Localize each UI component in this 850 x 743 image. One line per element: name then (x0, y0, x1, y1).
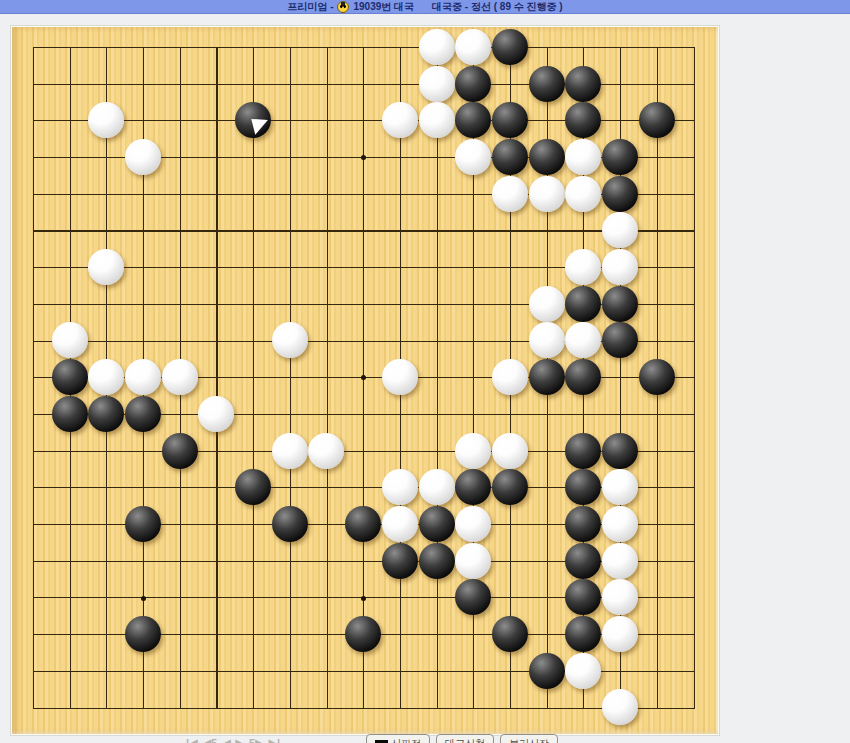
go-board-grid (15, 29, 712, 726)
last-move-marker (235, 102, 271, 138)
stone-white (125, 359, 161, 395)
stone-black (565, 359, 601, 395)
stone-white (419, 102, 455, 138)
review-start-button[interactable]: 복기시작 (500, 734, 558, 743)
stone-black (88, 396, 124, 432)
stone-black (162, 433, 198, 469)
stone-white (529, 322, 565, 358)
stone-black (455, 66, 491, 102)
stone-black (52, 396, 88, 432)
nav-back-button[interactable]: ◀ (222, 737, 230, 743)
move-nav: |◀ ◀5 ◀ ▶ 5▶ ▶| (186, 737, 280, 743)
stone-white (382, 469, 418, 505)
stone-white (125, 139, 161, 175)
stone-black (455, 469, 491, 505)
stone-black (492, 29, 528, 65)
game-request-button[interactable]: 대국신청 (436, 734, 494, 743)
stone-white (602, 616, 638, 652)
stone-white (565, 249, 601, 285)
go-board[interactable] (11, 26, 719, 735)
stone-white (602, 579, 638, 615)
stone-white (382, 506, 418, 542)
stone-white (602, 506, 638, 542)
smiley-badge-icon (337, 1, 349, 13)
titlebar: 프리미엄 - 19039번 대국 대국중 - 정선 ( 89 수 진행중 ) (0, 0, 850, 14)
stone-white (455, 543, 491, 579)
title-game-number: 19039번 대국 (353, 0, 414, 13)
stone-white (602, 543, 638, 579)
nav-back5-button[interactable]: ◀5 (203, 737, 218, 743)
stone-black (565, 543, 601, 579)
stone-black (602, 322, 638, 358)
stone-black (345, 616, 381, 652)
stone-white (88, 102, 124, 138)
stone-black (492, 469, 528, 505)
stone-white (565, 653, 601, 689)
stone-white (455, 506, 491, 542)
stone-black (125, 616, 161, 652)
stone-white (602, 469, 638, 505)
stone-black (455, 579, 491, 615)
stone-black (565, 616, 601, 652)
judge-button-label: 시판정 (391, 737, 421, 743)
stone-white (162, 359, 198, 395)
stone-black (492, 616, 528, 652)
stone-white (492, 359, 528, 395)
stone-white (88, 359, 124, 395)
nav-first-button[interactable]: |◀ (186, 737, 198, 743)
stone-black (602, 433, 638, 469)
nav-last-button[interactable]: ▶| (269, 737, 281, 743)
stone-white (565, 322, 601, 358)
title-status: 대국중 - 정선 ( 89 수 진행중 ) (432, 0, 563, 13)
stone-black (639, 102, 675, 138)
stone-white (419, 469, 455, 505)
stone-black (565, 433, 601, 469)
stone-white (88, 249, 124, 285)
stone-black (565, 506, 601, 542)
stone-white (602, 249, 638, 285)
stone-black (52, 359, 88, 395)
stone-white (455, 433, 491, 469)
stone-black (455, 102, 491, 138)
footer-buttons: 시판정 대국신청 복기시작 (366, 734, 558, 743)
stone-white (419, 29, 455, 65)
stone-white (529, 176, 565, 212)
stone-white (492, 176, 528, 212)
stone-black (125, 396, 161, 432)
judge-button[interactable]: 시판정 (366, 734, 430, 743)
stone-black (382, 543, 418, 579)
stone-black (639, 359, 675, 395)
stone-black (272, 506, 308, 542)
stone-black (345, 506, 381, 542)
stone-black (565, 66, 601, 102)
stone-black (529, 653, 565, 689)
stone-white (492, 433, 528, 469)
black-stone-square-icon (375, 740, 388, 743)
stone-black (565, 102, 601, 138)
stone-white (272, 433, 308, 469)
stone-white (565, 139, 601, 175)
stone-white (455, 29, 491, 65)
stone-white (455, 139, 491, 175)
stone-black (529, 359, 565, 395)
stone-black (529, 66, 565, 102)
stone-black (529, 139, 565, 175)
stone-white (52, 322, 88, 358)
stone-white (565, 176, 601, 212)
stone-black (565, 286, 601, 322)
stone-white (529, 286, 565, 322)
stone-black (602, 176, 638, 212)
nav-forward5-button[interactable]: 5▶ (249, 737, 264, 743)
stone-black (602, 139, 638, 175)
nav-forward-button[interactable]: ▶ (236, 737, 244, 743)
review-start-label: 복기시작 (509, 737, 549, 743)
stone-black (419, 506, 455, 542)
footer-bar: |◀ ◀5 ◀ ▶ 5▶ ▶| 시판정 대국신청 복기시작 (0, 733, 850, 743)
stone-black (492, 139, 528, 175)
stone-black (602, 286, 638, 322)
stone-white (272, 322, 308, 358)
stone-white (602, 689, 638, 725)
stone-black (565, 469, 601, 505)
stone-black (235, 469, 271, 505)
stone-white (382, 359, 418, 395)
stone-white (602, 212, 638, 248)
app-window: { "window": { "title_prefix": "프리미엄 -", … (0, 0, 850, 743)
stone-black (565, 579, 601, 615)
stone-black (492, 102, 528, 138)
stone-black (235, 102, 271, 138)
stone-black (125, 506, 161, 542)
game-request-label: 대국신청 (445, 737, 485, 743)
stone-white (382, 102, 418, 138)
stone-white (308, 433, 344, 469)
title-prefix: 프리미엄 - (287, 0, 333, 13)
stone-black (419, 543, 455, 579)
stone-white (419, 66, 455, 102)
stone-white (198, 396, 234, 432)
